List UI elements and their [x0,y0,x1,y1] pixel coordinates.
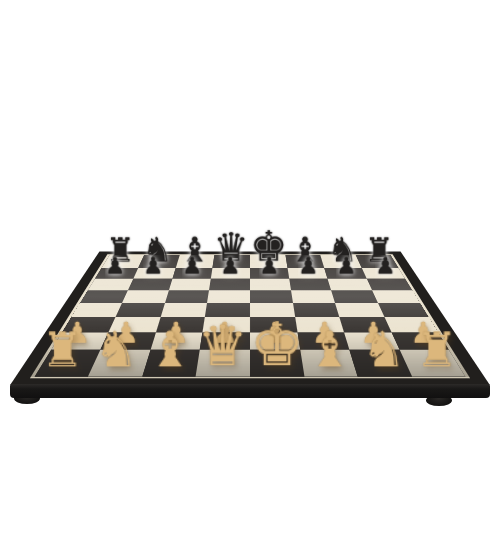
black-pawn: ♟ [375,255,395,278]
square-a5 [80,290,128,303]
white-queen: ♛ [198,317,249,374]
black-pawn: ♟ [182,255,202,278]
black-pawn: ♟ [220,255,240,278]
product-photo-scene: ♜♞♝♛♚♝♞♜♟♟♟♟♟♟♟♟♟♟♟♟♟♟♟♟♜♞♝♛♚♝♞♜ [0,0,500,549]
square-d6 [209,279,249,291]
square-b6 [128,279,172,291]
square-d7: ♟ [211,268,250,279]
square-h5 [372,290,420,303]
square-b5 [122,290,168,303]
square-h4 [378,303,429,317]
square-c5 [165,290,209,303]
square-c6 [169,279,211,291]
square-d1: ♛ [196,350,250,377]
white-bishop: ♝ [308,325,352,374]
board-grid: ♜♞♝♛♚♝♞♜♟♟♟♟♟♟♟♟♟♟♟♟♟♟♟♟♜♞♝♛♚♝♞♜ [35,255,465,377]
square-f5 [291,290,335,303]
square-f7: ♟ [287,268,327,279]
board-inner-border: ♜♞♝♛♚♝♞♜♟♟♟♟♟♟♟♟♟♟♟♟♟♟♟♟♜♞♝♛♚♝♞♜ [30,254,470,378]
square-h1: ♜ [399,350,465,377]
chess-board: ♜♞♝♛♚♝♞♜♟♟♟♟♟♟♟♟♟♟♟♟♟♟♟♟♜♞♝♛♚♝♞♜ [10,252,490,386]
black-pawn: ♟ [298,255,318,278]
square-b7: ♟ [134,268,176,279]
square-g7: ♟ [324,268,366,279]
square-h7: ♟ [361,268,405,279]
square-f6 [289,279,331,291]
square-b4 [116,303,165,317]
square-a6 [88,279,134,291]
square-g6 [328,279,372,291]
square-d5 [207,290,249,303]
white-king: ♚ [250,314,304,374]
square-e6 [250,279,291,291]
square-a7: ♟ [95,268,139,279]
square-g5 [331,290,377,303]
white-knight: ♞ [362,325,406,374]
square-b1: ♞ [88,350,150,377]
black-pawn: ♟ [143,255,163,278]
black-pawn: ♟ [336,255,356,278]
square-g4 [335,303,384,317]
square-e5 [250,290,293,303]
square-e7: ♟ [250,268,289,279]
board-edge [10,384,490,398]
square-a4 [71,303,122,317]
square-g1: ♞ [350,350,412,377]
white-rook: ♜ [415,326,458,374]
white-knight: ♞ [94,325,138,374]
white-bishop: ♝ [148,325,192,374]
square-e1: ♚ [250,350,304,377]
white-rook: ♜ [42,326,85,374]
black-pawn: ♟ [105,255,125,278]
square-c1: ♝ [142,350,200,377]
square-c7: ♟ [172,268,212,279]
square-f1: ♝ [300,350,358,377]
square-h6 [366,279,412,291]
black-pawn: ♟ [259,255,279,278]
